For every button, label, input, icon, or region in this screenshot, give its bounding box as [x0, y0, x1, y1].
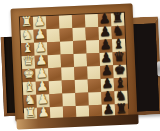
board-square[interactable]: [48, 68, 62, 82]
board-square[interactable]: [88, 92, 102, 106]
board-square[interactable]: [88, 79, 102, 93]
board-square[interactable]: [46, 16, 60, 30]
chess-board: ♜♟♟♜♞♟♟♞♝♟♟♝♛♟♟♛♚♟♟♚♝♟♟♝♞♟♟♞♜♟♟♜: [19, 12, 129, 114]
board-square[interactable]: [62, 80, 76, 94]
board-square[interactable]: [48, 55, 62, 69]
chess-box: ♜♟♟♜♞♟♟♞♝♟♟♝♛♟♟♛♚♟♟♚♝♟♟♝♞♟♟♞♜♟♟♜: [11, 3, 138, 121]
latch-icon: [157, 61, 160, 76]
chess-box-assembly: ♜♟♟♜♞♟♟♞♝♟♟♝♛♟♟♛♚♟♟♚♝♟♟♝♞♟♟♞♜♟♟♜: [0, 0, 160, 131]
chess-piece-bR[interactable]: ♜: [115, 102, 127, 115]
board-square[interactable]: [87, 53, 101, 67]
board-square[interactable]: [74, 66, 88, 80]
board-square[interactable]: [74, 53, 88, 67]
board-square[interactable]: [86, 40, 100, 54]
board-square[interactable]: [62, 93, 76, 107]
board-square[interactable]: [85, 14, 99, 28]
board-square[interactable]: [49, 94, 63, 108]
board-square[interactable]: [60, 41, 74, 55]
board-square[interactable]: [75, 79, 89, 93]
board-square[interactable]: [72, 15, 86, 29]
board-square[interactable]: [59, 28, 73, 42]
chess-piece-wP[interactable]: ♟: [37, 105, 49, 118]
board-square[interactable]: [72, 28, 86, 42]
board-square[interactable]: [49, 81, 63, 95]
board-square[interactable]: [87, 66, 101, 80]
board-square[interactable]: [85, 27, 99, 41]
chess-piece-bP[interactable]: ♟: [102, 102, 114, 115]
board-square[interactable]: [73, 40, 87, 54]
chess-set-photo: ♜♟♟♜♞♟♟♞♝♟♟♝♛♟♟♛♚♟♟♚♝♟♟♝♞♟♟♞♜♟♟♜: [0, 0, 160, 131]
board-square[interactable]: [59, 15, 73, 29]
board-square[interactable]: [61, 54, 75, 68]
board-square[interactable]: [46, 29, 60, 43]
board-square[interactable]: [61, 67, 75, 81]
board-square[interactable]: [75, 92, 89, 106]
chess-piece-wR[interactable]: ♜: [24, 106, 36, 119]
board-square[interactable]: [47, 42, 61, 56]
